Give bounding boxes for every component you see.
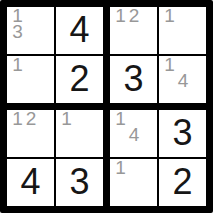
- pencil-mark-1: 1: [11, 111, 24, 127]
- cell-value: 3: [123, 61, 143, 97]
- cell-r2c3[interactable]: 3: [110, 56, 157, 103]
- pencil-mark-1: 1: [114, 8, 127, 24]
- pencil-mark-1: 1: [114, 111, 127, 127]
- cell-r4c2[interactable]: 3: [56, 159, 103, 206]
- pencil-mark-2: 2: [24, 111, 38, 127]
- cell-r1c3[interactable]: 12: [110, 7, 157, 54]
- box-4: 14312: [110, 110, 206, 206]
- cell-r2c1[interactable]: 1: [7, 56, 54, 103]
- pencil-mark-1: 1: [60, 111, 73, 127]
- pencil-marks: 1: [60, 111, 87, 144]
- cell-r1c4[interactable]: 1: [159, 7, 206, 54]
- pencil-mark-1: 1: [11, 57, 24, 73]
- pencil-marks: 14: [163, 57, 190, 90]
- cell-r3c3[interactable]: 14: [110, 110, 157, 157]
- pencil-marks: 1: [114, 160, 141, 193]
- cell-r3c1[interactable]: 12: [7, 110, 54, 157]
- pencil-mark-1: 1: [114, 160, 127, 176]
- cell-r3c2[interactable]: 1: [56, 110, 103, 157]
- cell-value: 3: [172, 115, 192, 151]
- box-2: 121314: [110, 7, 206, 103]
- cell-r2c4[interactable]: 14: [159, 56, 206, 103]
- pencil-marks: 1: [11, 57, 38, 90]
- pencil-mark-1: 1: [163, 57, 176, 73]
- box-1: 13412: [7, 7, 103, 103]
- pencil-marks: 14: [114, 111, 141, 144]
- pencil-mark-1: 1: [163, 8, 176, 24]
- cell-value: 4: [69, 12, 89, 48]
- pencil-marks: 1: [163, 8, 190, 41]
- cell-r3c4[interactable]: 3: [159, 110, 206, 157]
- cell-value: 3: [69, 164, 89, 200]
- pencil-marks: 13: [11, 8, 38, 41]
- sudoku-board: 134121213141214314312: [0, 0, 213, 213]
- cell-value: 2: [172, 164, 192, 200]
- cell-r2c2[interactable]: 2: [56, 56, 103, 103]
- pencil-mark-2: 2: [127, 8, 141, 24]
- cell-r1c1[interactable]: 13: [7, 7, 54, 54]
- pencil-mark-3: 3: [11, 24, 24, 41]
- cell-r4c3[interactable]: 1: [110, 159, 157, 206]
- box-3: 12143: [7, 110, 103, 206]
- cell-r1c2[interactable]: 4: [56, 7, 103, 54]
- pencil-mark-4: 4: [127, 127, 141, 144]
- pencil-marks: 12: [11, 111, 38, 144]
- pencil-marks: 12: [114, 8, 141, 41]
- cell-value: 4: [20, 164, 40, 200]
- cell-r4c4[interactable]: 2: [159, 159, 206, 206]
- pencil-mark-4: 4: [176, 73, 190, 90]
- cell-r4c1[interactable]: 4: [7, 159, 54, 206]
- cell-value: 2: [69, 61, 89, 97]
